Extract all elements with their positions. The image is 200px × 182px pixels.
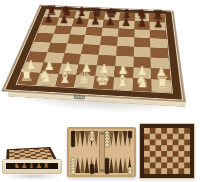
chess-piece: ♚ bbox=[96, 71, 111, 87]
board-square: ♟ bbox=[72, 18, 89, 27]
chess-board-grid: ♜♞♝♛♚♝♞♜♟♟♟♟♟♟♟♟♟♟♟♟♟♟♟♟♜♞♝♛♚♝♞♜ bbox=[17, 10, 172, 93]
points-row-bottom bbox=[105, 157, 133, 173]
stored-piece: ♞ bbox=[14, 163, 21, 169]
backgammon-point bbox=[127, 157, 132, 173]
points-row-top bbox=[71, 131, 99, 147]
board-square bbox=[150, 38, 167, 48]
chess-piece: ♟ bbox=[153, 19, 162, 29]
points-row-bottom bbox=[71, 157, 99, 173]
box-pieces-slot: ♞♟♝♟♜ bbox=[6, 163, 58, 169]
chess-piece: ♞ bbox=[39, 68, 53, 84]
board-square: ♟ bbox=[118, 20, 134, 29]
stored-piece: ♜ bbox=[43, 163, 50, 169]
board-square bbox=[151, 47, 169, 58]
thumbnail-folded-box: ♞♟♝♟♜ bbox=[2, 122, 64, 180]
backgammon-point bbox=[127, 131, 132, 147]
hinge-icon bbox=[100, 132, 104, 135]
backgammon-left-half bbox=[71, 131, 99, 173]
board-square bbox=[150, 30, 167, 39]
board-square: ♞ bbox=[36, 73, 58, 86]
chess-piece: ♝ bbox=[115, 72, 130, 88]
backgammon-checker bbox=[128, 170, 132, 174]
board-square bbox=[117, 37, 134, 47]
chess-piece: ♝ bbox=[58, 69, 72, 85]
backgammon-right-half bbox=[105, 131, 133, 173]
backgammon-checker bbox=[128, 134, 132, 138]
chess-piece: ♟ bbox=[91, 16, 100, 26]
hinge-icon bbox=[100, 169, 104, 172]
folded-box-base: ♞♟♝♟♜ bbox=[2, 159, 62, 174]
board-square: ♛ bbox=[74, 75, 95, 88]
chess-piece: ♟ bbox=[60, 15, 69, 25]
chess-piece: ♜ bbox=[20, 67, 34, 83]
product-photo-montage: ♜♞♝♛♚♝♞♜♟♟♟♟♟♟♟♟♟♟♟♟♟♟♟♟♜♞♝♛♚♝♞♜ ♞♟♝♟♜ bbox=[0, 0, 200, 182]
chess-piece: ♛ bbox=[77, 70, 91, 86]
chess-piece: ♜ bbox=[154, 74, 169, 90]
board-square: ♞ bbox=[132, 78, 152, 91]
chess-piece: ♟ bbox=[137, 18, 146, 28]
chess-board-frame: ♜♞♝♛♚♝♞♜♟♟♟♟♟♟♟♟♟♟♟♟♟♟♟♟♜♞♝♛♚♝♞♜ bbox=[5, 6, 182, 100]
board-square bbox=[134, 38, 151, 48]
backgammon-board bbox=[71, 131, 132, 173]
thumbnail-checkerboard-top-view bbox=[140, 124, 194, 178]
thumbnail-backgammon bbox=[67, 127, 136, 177]
points-row-top bbox=[105, 131, 133, 147]
board-square: ♜ bbox=[151, 79, 171, 92]
chess-piece: ♟ bbox=[75, 15, 84, 25]
board-square: ♝ bbox=[113, 77, 133, 90]
checker-stack bbox=[128, 167, 132, 173]
chess-piece: ♟ bbox=[106, 17, 115, 27]
hero-photo-chess-set: ♜♞♝♛♚♝♞♜♟♟♟♟♟♟♟♟♟♟♟♟♟♟♟♟♜♞♝♛♚♝♞♜ bbox=[0, 0, 200, 122]
stored-piece: ♝ bbox=[28, 163, 35, 169]
board-square bbox=[134, 29, 150, 38]
board-square bbox=[69, 26, 87, 35]
chess-piece: ♟ bbox=[44, 14, 53, 24]
stored-piece: ♟ bbox=[36, 163, 43, 169]
board-square: ♟ bbox=[103, 20, 119, 29]
board-square bbox=[100, 36, 118, 46]
chess-piece: ♞ bbox=[135, 73, 150, 89]
board-square: ♚ bbox=[93, 76, 114, 89]
checker-stack bbox=[128, 131, 132, 137]
chess-piece: ♟ bbox=[122, 17, 131, 27]
